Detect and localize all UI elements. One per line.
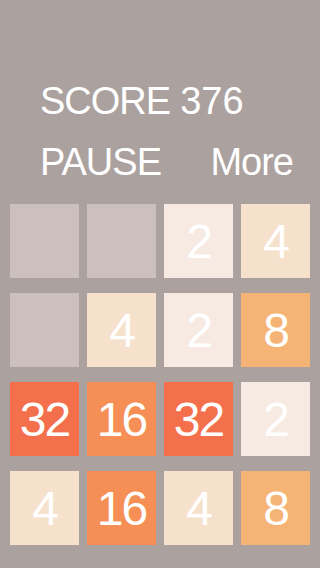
tile-2: 2 [241, 382, 310, 456]
empty-cell [10, 204, 79, 278]
tile-4: 4 [10, 471, 79, 545]
tile-2: 2 [164, 204, 233, 278]
tile-8: 8 [241, 471, 310, 545]
menu-row: PAUSE More [0, 140, 320, 184]
empty-cell [87, 204, 156, 278]
tile-4: 4 [164, 471, 233, 545]
tile-8: 8 [241, 293, 310, 367]
score-value: 376 [180, 80, 243, 122]
empty-cell [10, 293, 79, 367]
tile-32: 32 [164, 382, 233, 456]
more-button[interactable]: More [210, 140, 293, 184]
board[interactable]: 24428321632241648 [10, 204, 310, 545]
score-label: SCORE [40, 80, 170, 122]
tile-16: 16 [87, 382, 156, 456]
pause-button[interactable]: PAUSE [40, 140, 161, 184]
tile-16: 16 [87, 471, 156, 545]
tile-32: 32 [10, 382, 79, 456]
tile-4: 4 [87, 293, 156, 367]
tile-4: 4 [241, 204, 310, 278]
game-screen: SCORE376 PAUSE More 24428321632241648 [0, 0, 320, 568]
tile-2: 2 [164, 293, 233, 367]
score-display: SCORE376 [40, 80, 244, 122]
